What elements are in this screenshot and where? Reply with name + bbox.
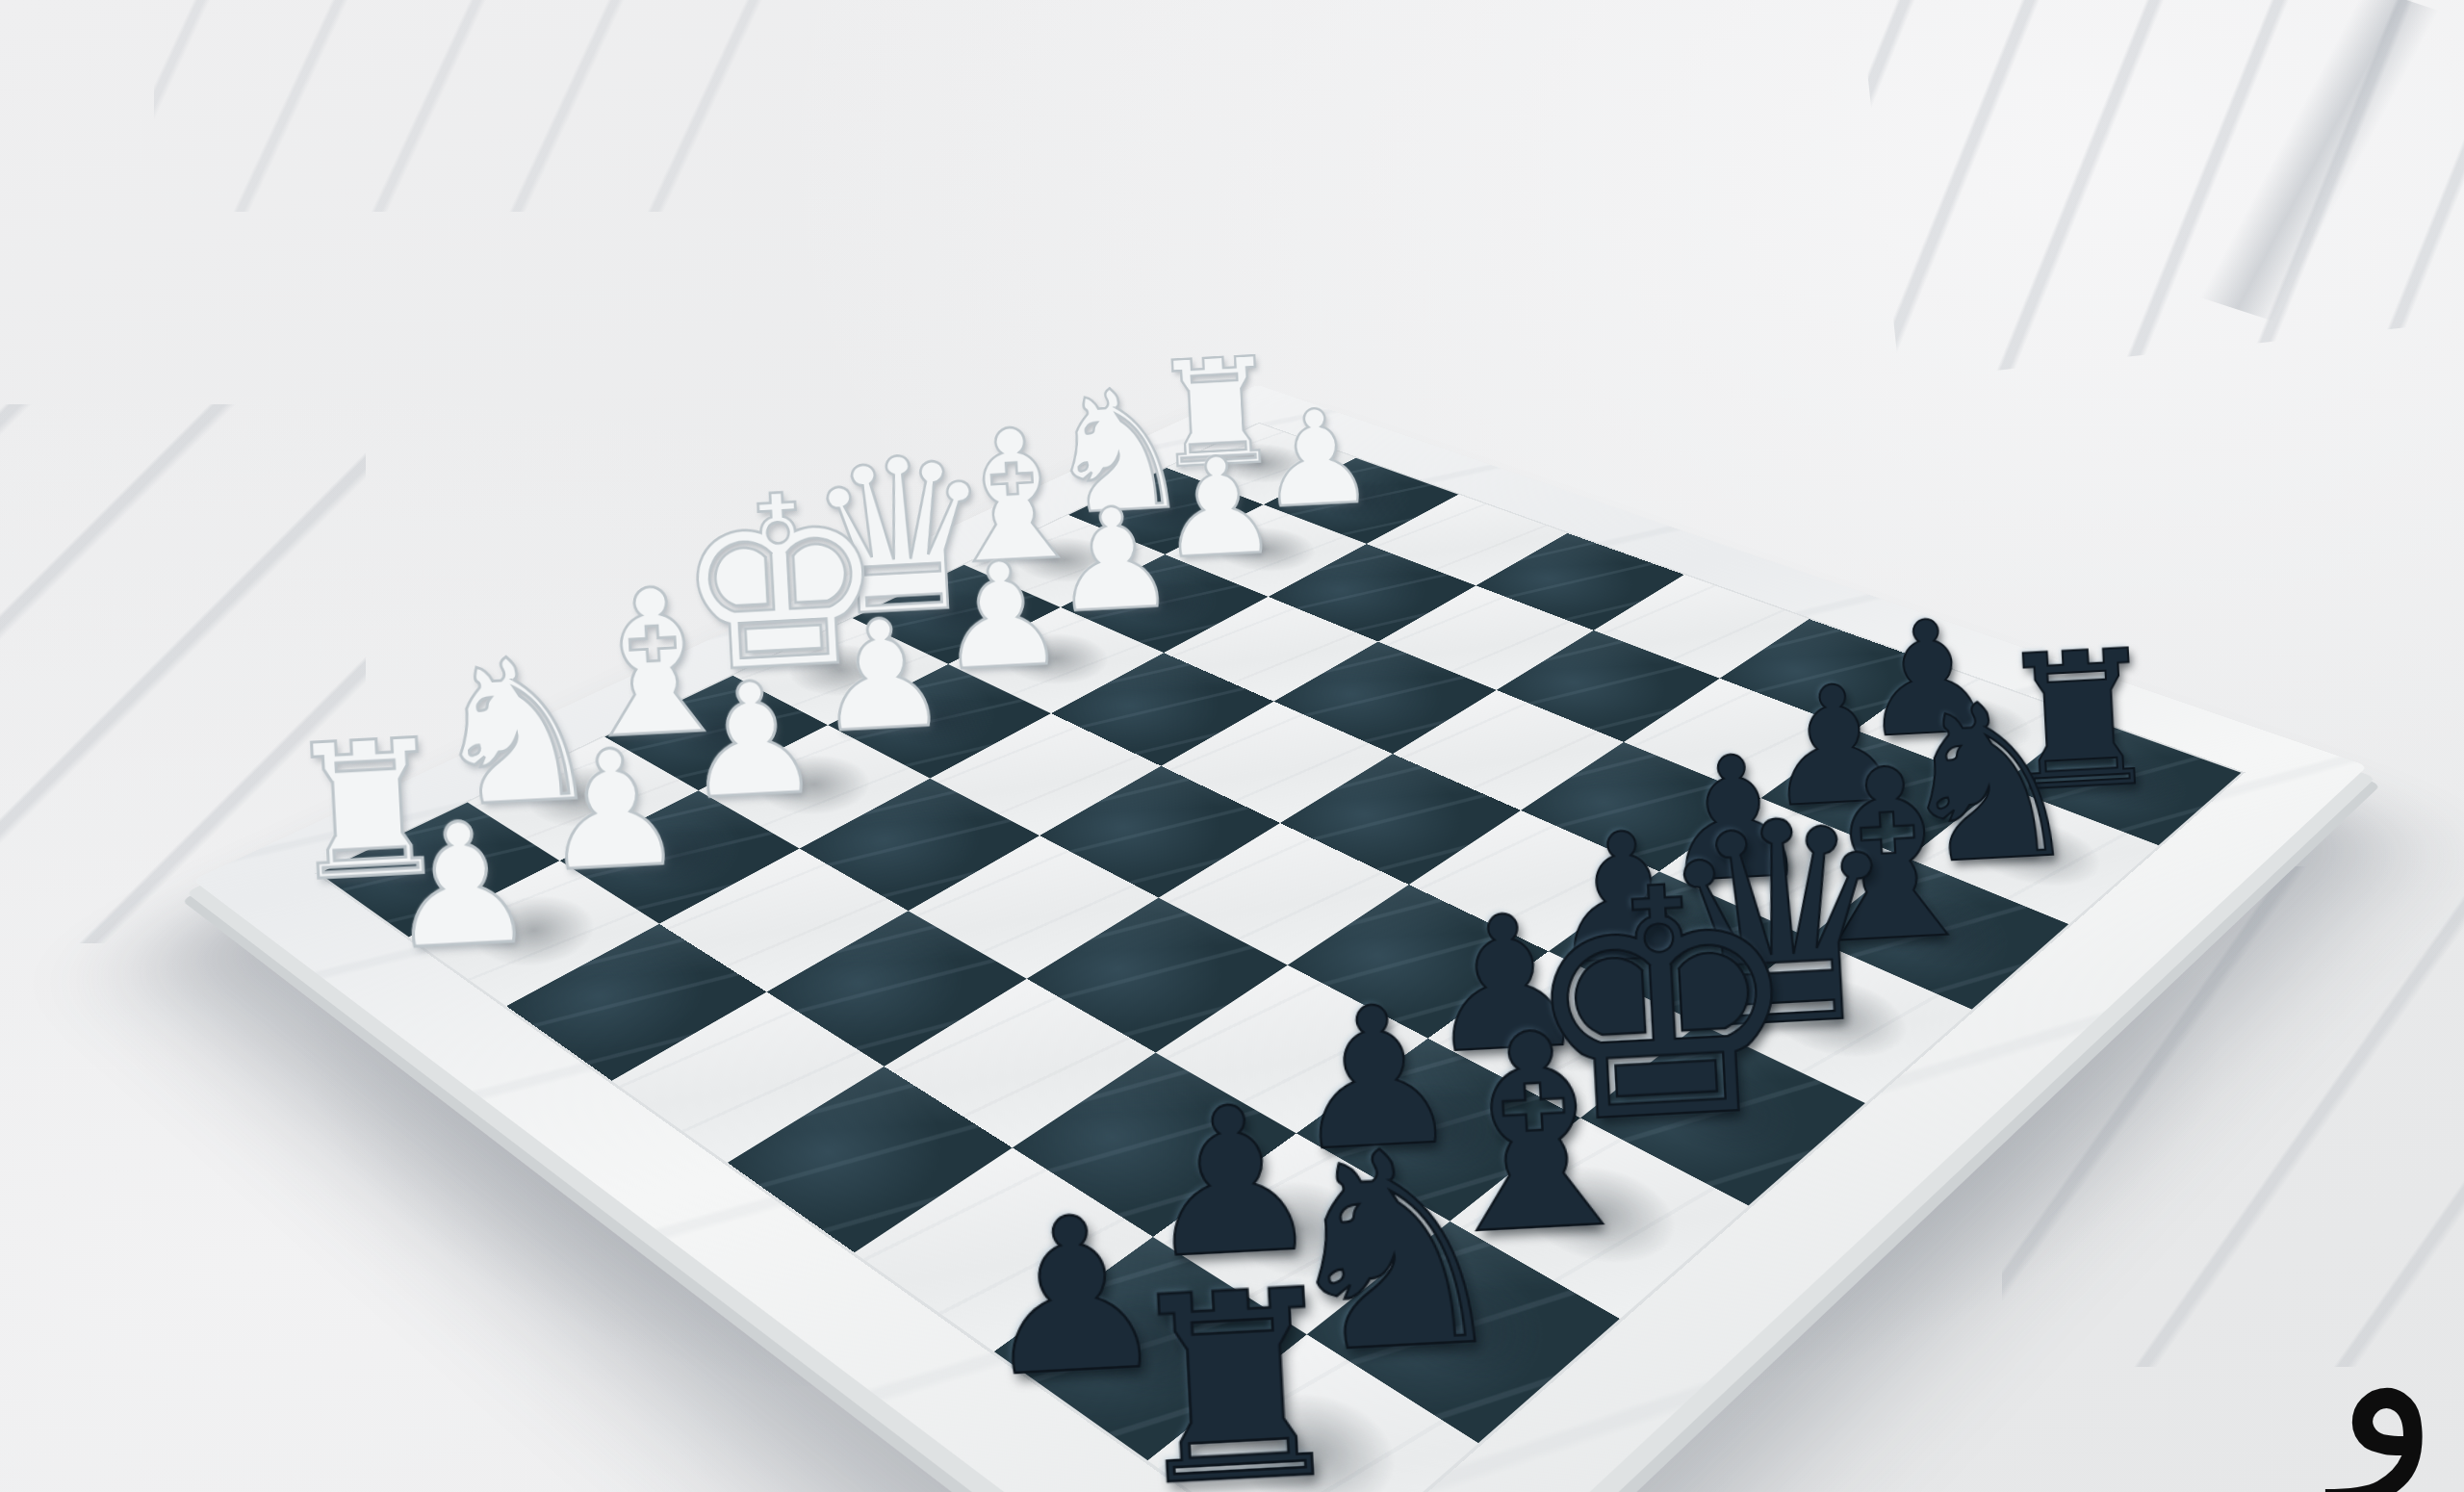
piece-white-pawn-d2[interactable]: ♟: [811, 602, 953, 751]
piece-white-pawn-f2[interactable]: ♟: [1048, 491, 1180, 630]
marble-vein: [1858, 0, 2464, 380]
arabic-waw-watermark: و: [2334, 1278, 2439, 1484]
marble-vein: [154, 0, 770, 212]
piece-white-pawn-c2[interactable]: ♟: [679, 663, 826, 818]
marble-vein: [2111, 0, 2464, 370]
piece-black-rook-a8[interactable]: ♜: [1114, 1261, 1356, 1492]
marble-countertop-scene: ♜♟♟♜♞♟♟♞♝♟♟♝♛♟♟♛♚♟♟♚♝♟♟♝♞♟♟♞♜♟♟♜ و: [0, 0, 2464, 1492]
piece-white-pawn-a2[interactable]: ♟: [382, 802, 541, 969]
piece-white-pawn-e2[interactable]: ♟: [934, 544, 1070, 687]
piece-white-pawn-b2[interactable]: ♟: [536, 730, 689, 890]
